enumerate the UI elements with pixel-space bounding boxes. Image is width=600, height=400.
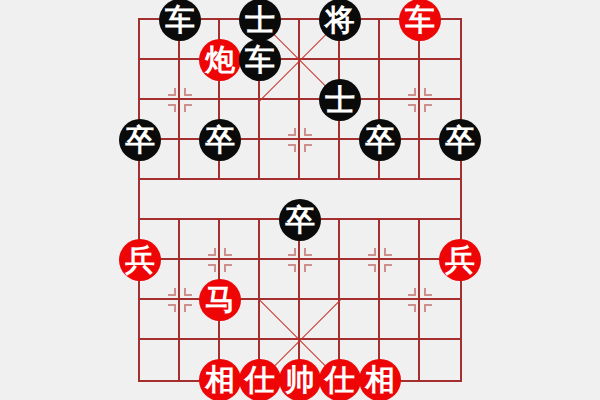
piece-red-cannon[interactable]: 炮 (199, 39, 241, 81)
piece-red-elephant[interactable]: 相 (359, 359, 401, 400)
pieces-layer: 车士将车炮车士卒卒卒卒卒兵兵马相仕帅仕相 (140, 20, 460, 380)
piece-black-chariot[interactable]: 车 (159, 0, 201, 41)
piece-black-advisor[interactable]: 士 (319, 79, 361, 121)
piece-red-general[interactable]: 帅 (279, 359, 321, 400)
piece-red-pawn[interactable]: 兵 (439, 239, 481, 281)
piece-red-elephant[interactable]: 相 (199, 359, 241, 400)
piece-red-horse[interactable]: 马 (199, 279, 241, 321)
piece-red-chariot[interactable]: 车 (399, 0, 441, 41)
piece-red-pawn[interactable]: 兵 (119, 239, 161, 281)
piece-black-pawn[interactable]: 卒 (119, 119, 161, 161)
piece-red-advisor[interactable]: 仕 (239, 359, 281, 400)
piece-black-pawn[interactable]: 卒 (279, 199, 321, 241)
piece-black-advisor[interactable]: 士 (239, 0, 281, 41)
xiangqi-board: 车士将车炮车士卒卒卒卒卒兵兵马相仕帅仕相 (138, 18, 462, 382)
piece-black-pawn[interactable]: 卒 (199, 119, 241, 161)
piece-black-pawn[interactable]: 卒 (359, 119, 401, 161)
xiangqi-diagram: 车士将车炮车士卒卒卒卒卒兵兵马相仕帅仕相 (0, 0, 600, 400)
piece-black-general[interactable]: 将 (319, 0, 361, 41)
piece-black-chariot[interactable]: 车 (239, 39, 281, 81)
piece-red-advisor[interactable]: 仕 (319, 359, 361, 400)
piece-black-pawn[interactable]: 卒 (439, 119, 481, 161)
